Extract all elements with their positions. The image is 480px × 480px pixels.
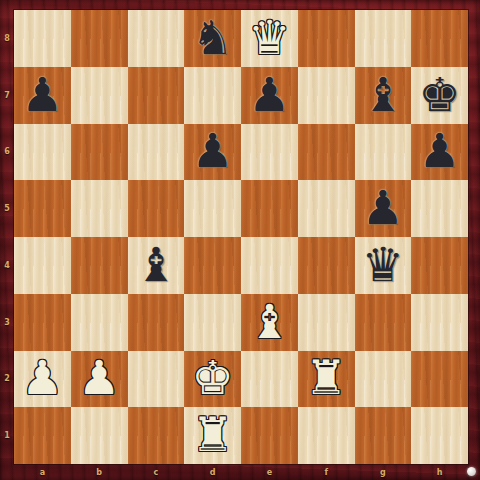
square-e5[interactable] <box>241 180 298 237</box>
rank-label-1: 1 <box>0 407 14 464</box>
square-h5[interactable] <box>411 180 468 237</box>
square-g3[interactable] <box>355 294 412 351</box>
square-b4[interactable] <box>71 237 128 294</box>
square-b6[interactable] <box>71 124 128 181</box>
square-f7[interactable] <box>298 67 355 124</box>
square-b7[interactable] <box>71 67 128 124</box>
square-e1[interactable] <box>241 407 298 464</box>
square-c8[interactable] <box>128 10 185 67</box>
rank-label-7: 7 <box>0 67 14 124</box>
square-h2[interactable] <box>411 351 468 408</box>
square-d1[interactable]: ♜ <box>184 407 241 464</box>
rank-label-5: 5 <box>0 180 14 237</box>
square-c3[interactable] <box>128 294 185 351</box>
square-e4[interactable] <box>241 237 298 294</box>
square-b2[interactable]: ♟ <box>71 351 128 408</box>
square-a4[interactable] <box>14 237 71 294</box>
square-d6[interactable]: ♟ <box>184 124 241 181</box>
square-b8[interactable] <box>71 10 128 67</box>
rank-label-3: 3 <box>0 294 14 351</box>
chess-board-frame: 87654321 abcdefgh ♞♛♟♟♝♚♟♟♟♝♛♝♟♟♚♜♜ <box>0 0 480 480</box>
file-label-a: a <box>14 464 71 480</box>
square-d3[interactable] <box>184 294 241 351</box>
file-label-h: h <box>411 464 468 480</box>
file-label-b: b <box>71 464 128 480</box>
square-h6[interactable]: ♟ <box>411 124 468 181</box>
square-e3[interactable]: ♝ <box>241 294 298 351</box>
square-d8[interactable]: ♞ <box>184 10 241 67</box>
square-h4[interactable] <box>411 237 468 294</box>
white-rook-f2[interactable]: ♜ <box>305 354 347 401</box>
white-bishop-e3[interactable]: ♝ <box>248 298 290 345</box>
square-b3[interactable] <box>71 294 128 351</box>
file-label-f: f <box>298 464 355 480</box>
rank-labels: 87654321 <box>0 10 14 464</box>
black-pawn-h6[interactable]: ♟ <box>419 127 461 174</box>
square-e2[interactable] <box>241 351 298 408</box>
square-a5[interactable] <box>14 180 71 237</box>
square-c2[interactable] <box>128 351 185 408</box>
square-g6[interactable] <box>355 124 412 181</box>
file-label-e: e <box>241 464 298 480</box>
square-h8[interactable] <box>411 10 468 67</box>
square-d5[interactable] <box>184 180 241 237</box>
square-h3[interactable] <box>411 294 468 351</box>
square-c4[interactable]: ♝ <box>128 237 185 294</box>
square-g4[interactable]: ♛ <box>355 237 412 294</box>
white-rook-d1[interactable]: ♜ <box>192 411 234 458</box>
white-pawn-b2[interactable]: ♟ <box>78 354 120 401</box>
black-king-h7[interactable]: ♚ <box>419 71 461 118</box>
rank-label-6: 6 <box>0 124 14 181</box>
black-queen-g4[interactable]: ♛ <box>362 241 404 288</box>
square-a6[interactable] <box>14 124 71 181</box>
black-bishop-g7[interactable]: ♝ <box>362 71 404 118</box>
white-to-move-indicator <box>467 467 476 476</box>
square-d4[interactable] <box>184 237 241 294</box>
square-g2[interactable] <box>355 351 412 408</box>
file-label-d: d <box>184 464 241 480</box>
square-f6[interactable] <box>298 124 355 181</box>
square-g5[interactable]: ♟ <box>355 180 412 237</box>
square-h1[interactable] <box>411 407 468 464</box>
black-bishop-c4[interactable]: ♝ <box>135 241 177 288</box>
square-g1[interactable] <box>355 407 412 464</box>
square-d7[interactable] <box>184 67 241 124</box>
square-c7[interactable] <box>128 67 185 124</box>
white-pawn-a2[interactable]: ♟ <box>21 354 63 401</box>
square-f2[interactable]: ♜ <box>298 351 355 408</box>
square-f8[interactable] <box>298 10 355 67</box>
square-f3[interactable] <box>298 294 355 351</box>
square-a1[interactable] <box>14 407 71 464</box>
square-a2[interactable]: ♟ <box>14 351 71 408</box>
square-f1[interactable] <box>298 407 355 464</box>
square-a7[interactable]: ♟ <box>14 67 71 124</box>
black-pawn-e7[interactable]: ♟ <box>248 71 290 118</box>
square-e6[interactable] <box>241 124 298 181</box>
white-king-d2[interactable]: ♚ <box>192 354 234 401</box>
rank-label-8: 8 <box>0 10 14 67</box>
square-c5[interactable] <box>128 180 185 237</box>
square-g7[interactable]: ♝ <box>355 67 412 124</box>
square-g8[interactable] <box>355 10 412 67</box>
white-queen-e8[interactable]: ♛ <box>248 14 290 61</box>
square-f5[interactable] <box>298 180 355 237</box>
square-c1[interactable] <box>128 407 185 464</box>
black-pawn-a7[interactable]: ♟ <box>21 71 63 118</box>
black-pawn-g5[interactable]: ♟ <box>362 184 404 231</box>
square-f4[interactable] <box>298 237 355 294</box>
square-b1[interactable] <box>71 407 128 464</box>
square-e7[interactable]: ♟ <box>241 67 298 124</box>
black-knight-d8[interactable]: ♞ <box>192 14 234 61</box>
square-c6[interactable] <box>128 124 185 181</box>
rank-label-2: 2 <box>0 351 14 408</box>
square-b5[interactable] <box>71 180 128 237</box>
square-a3[interactable] <box>14 294 71 351</box>
square-a8[interactable] <box>14 10 71 67</box>
rank-label-4: 4 <box>0 237 14 294</box>
file-label-c: c <box>128 464 185 480</box>
file-labels: abcdefgh <box>14 464 468 480</box>
square-d2[interactable]: ♚ <box>184 351 241 408</box>
chess-board: ♞♛♟♟♝♚♟♟♟♝♛♝♟♟♚♜♜ <box>14 10 468 464</box>
square-e8[interactable]: ♛ <box>241 10 298 67</box>
file-label-g: g <box>355 464 412 480</box>
square-h7[interactable]: ♚ <box>411 67 468 124</box>
black-pawn-d6[interactable]: ♟ <box>192 127 234 174</box>
